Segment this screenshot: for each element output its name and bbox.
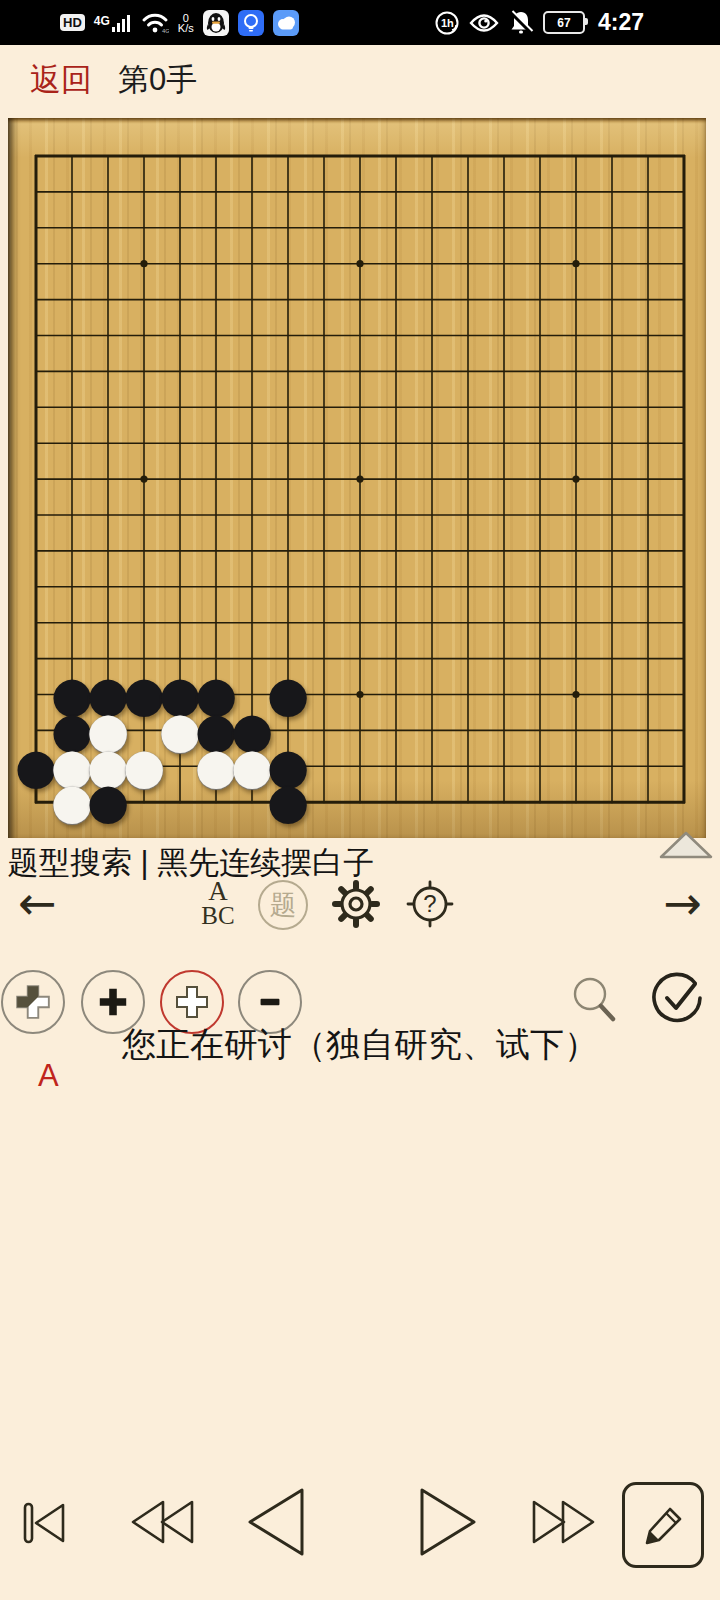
board-intersection[interactable] xyxy=(378,210,414,246)
board-intersection[interactable] xyxy=(558,712,594,748)
fast-forward-button[interactable] xyxy=(528,1496,600,1548)
board-intersection[interactable] xyxy=(342,317,378,353)
board-intersection[interactable] xyxy=(162,533,198,569)
board-intersection[interactable] xyxy=(126,138,162,174)
board-intersection[interactable] xyxy=(18,246,54,282)
collapse-panel-button[interactable] xyxy=(658,830,714,860)
board-intersection[interactable] xyxy=(594,389,630,425)
ti-problem-button[interactable]: 题 xyxy=(258,880,308,930)
board-intersection[interactable] xyxy=(630,210,666,246)
board-intersection[interactable] xyxy=(486,389,522,425)
board-intersection[interactable] xyxy=(18,353,54,389)
board-intersection[interactable] xyxy=(162,282,198,318)
board-intersection[interactable] xyxy=(666,497,702,533)
board-intersection[interactable] xyxy=(198,210,234,246)
board-intersection[interactable] xyxy=(450,174,486,210)
board-intersection[interactable] xyxy=(342,461,378,497)
edit-pencil-button[interactable] xyxy=(622,1482,704,1568)
board-intersection[interactable] xyxy=(594,676,630,712)
board-intersection[interactable] xyxy=(234,497,270,533)
board-intersection[interactable] xyxy=(198,174,234,210)
board-intersection[interactable] xyxy=(306,605,342,641)
board-intersection[interactable] xyxy=(630,389,666,425)
prev-arrow-button[interactable]: ← xyxy=(18,880,57,926)
board-intersection[interactable] xyxy=(666,712,702,748)
board-intersection[interactable] xyxy=(666,748,702,784)
board-intersection[interactable]: ● xyxy=(162,712,198,748)
board-intersection[interactable]: ● xyxy=(270,784,306,820)
board-intersection[interactable] xyxy=(162,784,198,820)
board-intersection[interactable] xyxy=(342,712,378,748)
board-intersection[interactable] xyxy=(414,712,450,748)
board-intersection[interactable] xyxy=(270,138,306,174)
board-intersection[interactable] xyxy=(198,138,234,174)
board-intersection[interactable]: ● xyxy=(54,784,90,820)
help-icon[interactable]: ? xyxy=(404,878,456,930)
back-button[interactable]: 返回 xyxy=(30,59,92,101)
board-intersection[interactable] xyxy=(162,353,198,389)
board-intersection[interactable] xyxy=(126,425,162,461)
board-intersection[interactable] xyxy=(594,569,630,605)
board-intersection[interactable] xyxy=(414,210,450,246)
board-intersection[interactable] xyxy=(522,246,558,282)
board-intersection[interactable] xyxy=(450,640,486,676)
board-intersection[interactable] xyxy=(234,425,270,461)
board-intersection[interactable] xyxy=(486,784,522,820)
board-intersection[interactable] xyxy=(630,640,666,676)
board-intersection[interactable] xyxy=(558,425,594,461)
board-intersection[interactable] xyxy=(522,676,558,712)
board-intersection[interactable] xyxy=(630,461,666,497)
board-intersection[interactable] xyxy=(486,497,522,533)
board-intersection[interactable] xyxy=(594,784,630,820)
board-intersection[interactable] xyxy=(414,676,450,712)
board-intersection[interactable] xyxy=(486,569,522,605)
board-intersection[interactable] xyxy=(558,317,594,353)
board-intersection[interactable] xyxy=(630,748,666,784)
board-intersection[interactable] xyxy=(558,748,594,784)
board-intersection[interactable] xyxy=(486,640,522,676)
board-intersection[interactable] xyxy=(414,569,450,605)
board-intersection[interactable] xyxy=(450,389,486,425)
board-intersection[interactable] xyxy=(198,425,234,461)
board-intersection[interactable] xyxy=(522,317,558,353)
confirm-icon[interactable] xyxy=(650,970,706,1026)
board-intersection[interactable] xyxy=(54,569,90,605)
board-intersection[interactable] xyxy=(522,533,558,569)
board-intersection[interactable] xyxy=(270,461,306,497)
board-intersection[interactable] xyxy=(90,138,126,174)
board-intersection[interactable] xyxy=(666,640,702,676)
board-intersection[interactable] xyxy=(378,533,414,569)
board-intersection[interactable] xyxy=(234,461,270,497)
board-intersection[interactable] xyxy=(630,317,666,353)
board-intersection[interactable] xyxy=(594,497,630,533)
board-intersection[interactable] xyxy=(126,353,162,389)
board-intersection[interactable] xyxy=(486,748,522,784)
board-intersection[interactable] xyxy=(594,605,630,641)
board-intersection[interactable] xyxy=(234,533,270,569)
board-intersection[interactable] xyxy=(630,425,666,461)
board-intersection[interactable] xyxy=(270,389,306,425)
board-intersection[interactable] xyxy=(18,605,54,641)
board-intersection[interactable] xyxy=(666,605,702,641)
board-intersection[interactable] xyxy=(666,174,702,210)
board-intersection[interactable] xyxy=(18,210,54,246)
board-intersection[interactable] xyxy=(666,461,702,497)
board-intersection[interactable] xyxy=(414,389,450,425)
board-intersection[interactable] xyxy=(270,210,306,246)
board-intersection[interactable] xyxy=(306,497,342,533)
board-intersection[interactable] xyxy=(306,748,342,784)
board-intersection[interactable] xyxy=(558,174,594,210)
board-intersection[interactable] xyxy=(630,605,666,641)
board-intersection[interactable] xyxy=(414,353,450,389)
board-intersection[interactable] xyxy=(522,712,558,748)
board-intersection[interactable] xyxy=(126,389,162,425)
board-intersection[interactable] xyxy=(666,569,702,605)
board-intersection[interactable] xyxy=(450,605,486,641)
board-intersection[interactable] xyxy=(630,282,666,318)
board-intersection[interactable] xyxy=(126,497,162,533)
board-intersection[interactable] xyxy=(306,461,342,497)
board-intersection[interactable] xyxy=(306,174,342,210)
board-intersection[interactable] xyxy=(594,425,630,461)
board-intersection[interactable] xyxy=(558,497,594,533)
board-intersection[interactable] xyxy=(234,569,270,605)
board-intersection[interactable] xyxy=(126,210,162,246)
skip-to-start-button[interactable] xyxy=(22,1498,68,1548)
board-intersection[interactable] xyxy=(558,676,594,712)
board-intersection[interactable] xyxy=(414,640,450,676)
board-intersection[interactable] xyxy=(522,748,558,784)
board-intersection[interactable] xyxy=(162,497,198,533)
board-intersection[interactable] xyxy=(126,282,162,318)
board-intersection[interactable] xyxy=(270,174,306,210)
board-intersection[interactable] xyxy=(414,246,450,282)
board-intersection[interactable] xyxy=(270,246,306,282)
board-intersection[interactable] xyxy=(198,389,234,425)
board-intersection[interactable] xyxy=(450,784,486,820)
board-intersection[interactable] xyxy=(18,389,54,425)
board-intersection[interactable] xyxy=(558,640,594,676)
board-intersection[interactable] xyxy=(522,640,558,676)
board-intersection[interactable] xyxy=(522,282,558,318)
board-intersection[interactable] xyxy=(666,282,702,318)
board-intersection[interactable] xyxy=(198,317,234,353)
board-intersection[interactable] xyxy=(18,138,54,174)
board-intersection[interactable] xyxy=(54,353,90,389)
board-intersection[interactable] xyxy=(162,246,198,282)
board-intersection[interactable] xyxy=(306,389,342,425)
board-intersection[interactable] xyxy=(486,246,522,282)
board-intersection[interactable] xyxy=(378,784,414,820)
board-intersection[interactable] xyxy=(342,784,378,820)
board-intersection[interactable] xyxy=(594,461,630,497)
board-intersection[interactable] xyxy=(54,174,90,210)
board-intersection[interactable] xyxy=(378,317,414,353)
board-intersection[interactable] xyxy=(234,246,270,282)
board-intersection[interactable] xyxy=(90,174,126,210)
board-intersection[interactable]: ● xyxy=(90,784,126,820)
step-back-button[interactable] xyxy=(240,1484,312,1560)
board-intersection[interactable] xyxy=(450,138,486,174)
board-intersection[interactable] xyxy=(486,138,522,174)
board-intersection[interactable] xyxy=(270,497,306,533)
board-intersection[interactable] xyxy=(486,605,522,641)
board-intersection[interactable] xyxy=(342,605,378,641)
gear-icon[interactable] xyxy=(330,878,382,930)
board-intersection[interactable] xyxy=(342,210,378,246)
board-intersection[interactable] xyxy=(486,676,522,712)
board-intersection[interactable] xyxy=(522,605,558,641)
board-intersection[interactable] xyxy=(666,389,702,425)
board-intersection[interactable] xyxy=(522,425,558,461)
board-intersection[interactable] xyxy=(234,389,270,425)
board-intersection[interactable] xyxy=(594,533,630,569)
board-intersection[interactable] xyxy=(18,461,54,497)
board-intersection[interactable]: ● xyxy=(270,676,306,712)
board-intersection[interactable] xyxy=(558,605,594,641)
board-intersection[interactable] xyxy=(342,533,378,569)
board-intersection[interactable] xyxy=(594,174,630,210)
board-intersection[interactable] xyxy=(558,353,594,389)
board-intersection[interactable] xyxy=(450,425,486,461)
board-intersection[interactable] xyxy=(90,282,126,318)
board-intersection[interactable] xyxy=(126,317,162,353)
board-intersection[interactable] xyxy=(162,317,198,353)
board-intersection[interactable] xyxy=(198,353,234,389)
board-intersection[interactable] xyxy=(594,317,630,353)
board-intersection[interactable] xyxy=(666,425,702,461)
board-intersection[interactable]: ● xyxy=(126,676,162,712)
board-intersection[interactable] xyxy=(450,533,486,569)
board-intersection[interactable] xyxy=(234,282,270,318)
board-intersection[interactable] xyxy=(630,497,666,533)
board-intersection[interactable] xyxy=(306,676,342,712)
board-intersection[interactable] xyxy=(558,210,594,246)
board-intersection[interactable] xyxy=(54,210,90,246)
board-intersection[interactable] xyxy=(450,497,486,533)
board-intersection[interactable] xyxy=(486,282,522,318)
board-intersection[interactable] xyxy=(594,640,630,676)
board-intersection[interactable] xyxy=(306,317,342,353)
board-intersection[interactable]: ● xyxy=(18,748,54,784)
board-intersection[interactable] xyxy=(450,282,486,318)
board-intersection[interactable] xyxy=(90,425,126,461)
board-intersection[interactable] xyxy=(414,174,450,210)
fast-rewind-button[interactable] xyxy=(126,1496,198,1548)
board-intersection[interactable] xyxy=(414,138,450,174)
board-intersection[interactable] xyxy=(450,569,486,605)
board-intersection[interactable] xyxy=(522,389,558,425)
board-intersection[interactable] xyxy=(18,676,54,712)
board-intersection[interactable] xyxy=(378,138,414,174)
board-intersection[interactable] xyxy=(378,246,414,282)
board-intersection[interactable] xyxy=(306,569,342,605)
board-intersection[interactable] xyxy=(594,748,630,784)
board-intersection[interactable] xyxy=(558,246,594,282)
board-intersection[interactable] xyxy=(378,389,414,425)
board-intersection[interactable] xyxy=(198,533,234,569)
board-intersection[interactable] xyxy=(90,605,126,641)
board-intersection[interactable] xyxy=(378,676,414,712)
board-intersection[interactable] xyxy=(162,138,198,174)
board-intersection[interactable] xyxy=(630,533,666,569)
board-intersection[interactable] xyxy=(234,640,270,676)
board-intersection[interactable] xyxy=(306,425,342,461)
board-intersection[interactable] xyxy=(126,533,162,569)
board-intersection[interactable] xyxy=(666,246,702,282)
board-intersection[interactable] xyxy=(594,712,630,748)
board-intersection[interactable] xyxy=(378,353,414,389)
board-intersection[interactable] xyxy=(306,784,342,820)
board-intersection[interactable] xyxy=(342,246,378,282)
board-intersection[interactable] xyxy=(126,461,162,497)
board-intersection[interactable] xyxy=(486,210,522,246)
board-intersection[interactable]: ● xyxy=(126,748,162,784)
board-intersection[interactable] xyxy=(270,317,306,353)
board-intersection[interactable] xyxy=(378,712,414,748)
board-intersection[interactable] xyxy=(342,389,378,425)
board-intersection[interactable] xyxy=(54,389,90,425)
board-intersection[interactable] xyxy=(486,461,522,497)
board-intersection[interactable] xyxy=(450,317,486,353)
board-intersection[interactable] xyxy=(378,569,414,605)
board-intersection[interactable] xyxy=(126,174,162,210)
board-intersection[interactable] xyxy=(414,784,450,820)
board-intersection[interactable] xyxy=(630,174,666,210)
board-intersection[interactable] xyxy=(486,317,522,353)
board-intersection[interactable] xyxy=(558,533,594,569)
board-intersection[interactable] xyxy=(342,676,378,712)
board-intersection[interactable] xyxy=(234,605,270,641)
board-intersection[interactable] xyxy=(486,174,522,210)
board-intersection[interactable] xyxy=(594,246,630,282)
board-intersection[interactable] xyxy=(522,353,558,389)
board-intersection[interactable] xyxy=(666,784,702,820)
board-intersection[interactable] xyxy=(90,389,126,425)
board-intersection[interactable] xyxy=(450,748,486,784)
board-intersection[interactable] xyxy=(450,676,486,712)
board-intersection[interactable] xyxy=(450,210,486,246)
board-intersection[interactable] xyxy=(162,605,198,641)
board-intersection[interactable] xyxy=(558,569,594,605)
board-intersection[interactable] xyxy=(450,461,486,497)
board-intersection[interactable] xyxy=(594,353,630,389)
board-intersection[interactable] xyxy=(378,497,414,533)
board-intersection[interactable] xyxy=(666,317,702,353)
board-intersection[interactable] xyxy=(486,353,522,389)
go-board[interactable]: ●●●●●●●●●●●●●●●●●●●●● xyxy=(8,118,706,838)
board-intersection[interactable] xyxy=(342,282,378,318)
board-intersection[interactable] xyxy=(18,640,54,676)
board-intersection[interactable] xyxy=(594,282,630,318)
board-intersection[interactable] xyxy=(522,461,558,497)
board-intersection[interactable] xyxy=(414,317,450,353)
board-intersection[interactable] xyxy=(306,210,342,246)
board-intersection[interactable] xyxy=(54,605,90,641)
board-intersection[interactable] xyxy=(54,425,90,461)
board-intersection[interactable] xyxy=(522,497,558,533)
board-intersection[interactable] xyxy=(234,210,270,246)
board-intersection[interactable] xyxy=(162,174,198,210)
board-intersection[interactable] xyxy=(90,461,126,497)
board-intersection[interactable] xyxy=(414,461,450,497)
board-intersection[interactable] xyxy=(630,353,666,389)
board-intersection[interactable] xyxy=(54,317,90,353)
board-intersection[interactable] xyxy=(18,282,54,318)
board-intersection[interactable] xyxy=(18,425,54,461)
board-intersection[interactable] xyxy=(234,353,270,389)
board-intersection[interactable] xyxy=(378,425,414,461)
board-intersection[interactable] xyxy=(558,138,594,174)
board-intersection[interactable] xyxy=(486,712,522,748)
board-intersection[interactable] xyxy=(450,712,486,748)
board-intersection[interactable] xyxy=(234,174,270,210)
board-intersection[interactable] xyxy=(18,174,54,210)
board-intersection[interactable] xyxy=(54,246,90,282)
board-intersection[interactable] xyxy=(126,605,162,641)
board-intersection[interactable] xyxy=(162,389,198,425)
board-intersection[interactable]: ● xyxy=(234,748,270,784)
board-intersection[interactable] xyxy=(666,533,702,569)
board-intersection[interactable] xyxy=(18,497,54,533)
board-intersection[interactable] xyxy=(126,246,162,282)
board-intersection[interactable] xyxy=(342,640,378,676)
step-forward-button[interactable] xyxy=(412,1484,484,1560)
board-intersection[interactable] xyxy=(198,461,234,497)
board-intersection[interactable] xyxy=(414,533,450,569)
board-intersection[interactable] xyxy=(522,174,558,210)
board-intersection[interactable] xyxy=(630,676,666,712)
board-intersection[interactable] xyxy=(378,640,414,676)
board-intersection[interactable] xyxy=(486,533,522,569)
board-intersection[interactable] xyxy=(414,282,450,318)
board-intersection[interactable] xyxy=(342,138,378,174)
board-intersection[interactable] xyxy=(54,461,90,497)
board-intersection[interactable] xyxy=(306,712,342,748)
board-intersection[interactable] xyxy=(18,569,54,605)
board-intersection[interactable] xyxy=(162,425,198,461)
board-intersection[interactable] xyxy=(522,569,558,605)
board-intersection[interactable] xyxy=(198,497,234,533)
board-intersection[interactable] xyxy=(162,569,198,605)
board-intersection[interactable] xyxy=(306,282,342,318)
board-intersection[interactable] xyxy=(666,676,702,712)
next-arrow-button[interactable]: → xyxy=(663,880,702,926)
board-intersection[interactable] xyxy=(90,210,126,246)
board-intersection[interactable] xyxy=(522,138,558,174)
board-intersection[interactable] xyxy=(90,246,126,282)
board-intersection[interactable] xyxy=(558,389,594,425)
board-intersection[interactable] xyxy=(414,497,450,533)
board-intersection[interactable] xyxy=(54,533,90,569)
board-intersection[interactable] xyxy=(414,748,450,784)
board-intersection[interactable] xyxy=(54,138,90,174)
board-intersection[interactable] xyxy=(198,605,234,641)
board-intersection[interactable] xyxy=(342,497,378,533)
board-intersection[interactable] xyxy=(198,246,234,282)
board-intersection[interactable] xyxy=(198,282,234,318)
board-intersection[interactable] xyxy=(558,282,594,318)
board-intersection[interactable] xyxy=(558,461,594,497)
board-intersection[interactable] xyxy=(378,461,414,497)
board-intersection[interactable] xyxy=(414,425,450,461)
board-intersection[interactable] xyxy=(54,497,90,533)
board-intersection[interactable] xyxy=(54,282,90,318)
board-intersection[interactable] xyxy=(270,425,306,461)
